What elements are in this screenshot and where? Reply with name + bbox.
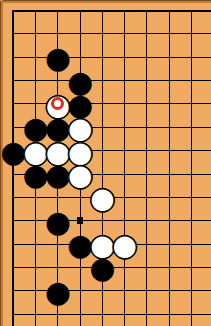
intersection-white: ●	[69, 162, 91, 185]
intersection-black: ●	[47, 209, 69, 232]
intersection-black: ●	[91, 256, 113, 279]
white-stone: ●	[112, 229, 138, 259]
white-stone: ●	[89, 183, 115, 213]
intersection-black: ●	[47, 46, 69, 69]
intersection-white: ●	[91, 186, 113, 209]
black-stone: ●	[45, 276, 71, 306]
intersection-black: ●	[47, 279, 69, 302]
black-stone: ●	[89, 253, 115, 283]
intersection-black: ●	[47, 162, 69, 185]
go-board-grid: ●●●●●●●●●●●●●●●●●●●●●	[2, 0, 202, 326]
intersection-black: ●	[2, 139, 24, 162]
intersection-black: ●	[24, 162, 46, 185]
go-diagram: ●●●●●●●●●●●●●●●●●●●●●	[0, 0, 211, 326]
hoshi-square-icon	[77, 217, 83, 224]
intersection-white: ●	[114, 232, 136, 255]
intersection-black: ●	[69, 232, 91, 255]
